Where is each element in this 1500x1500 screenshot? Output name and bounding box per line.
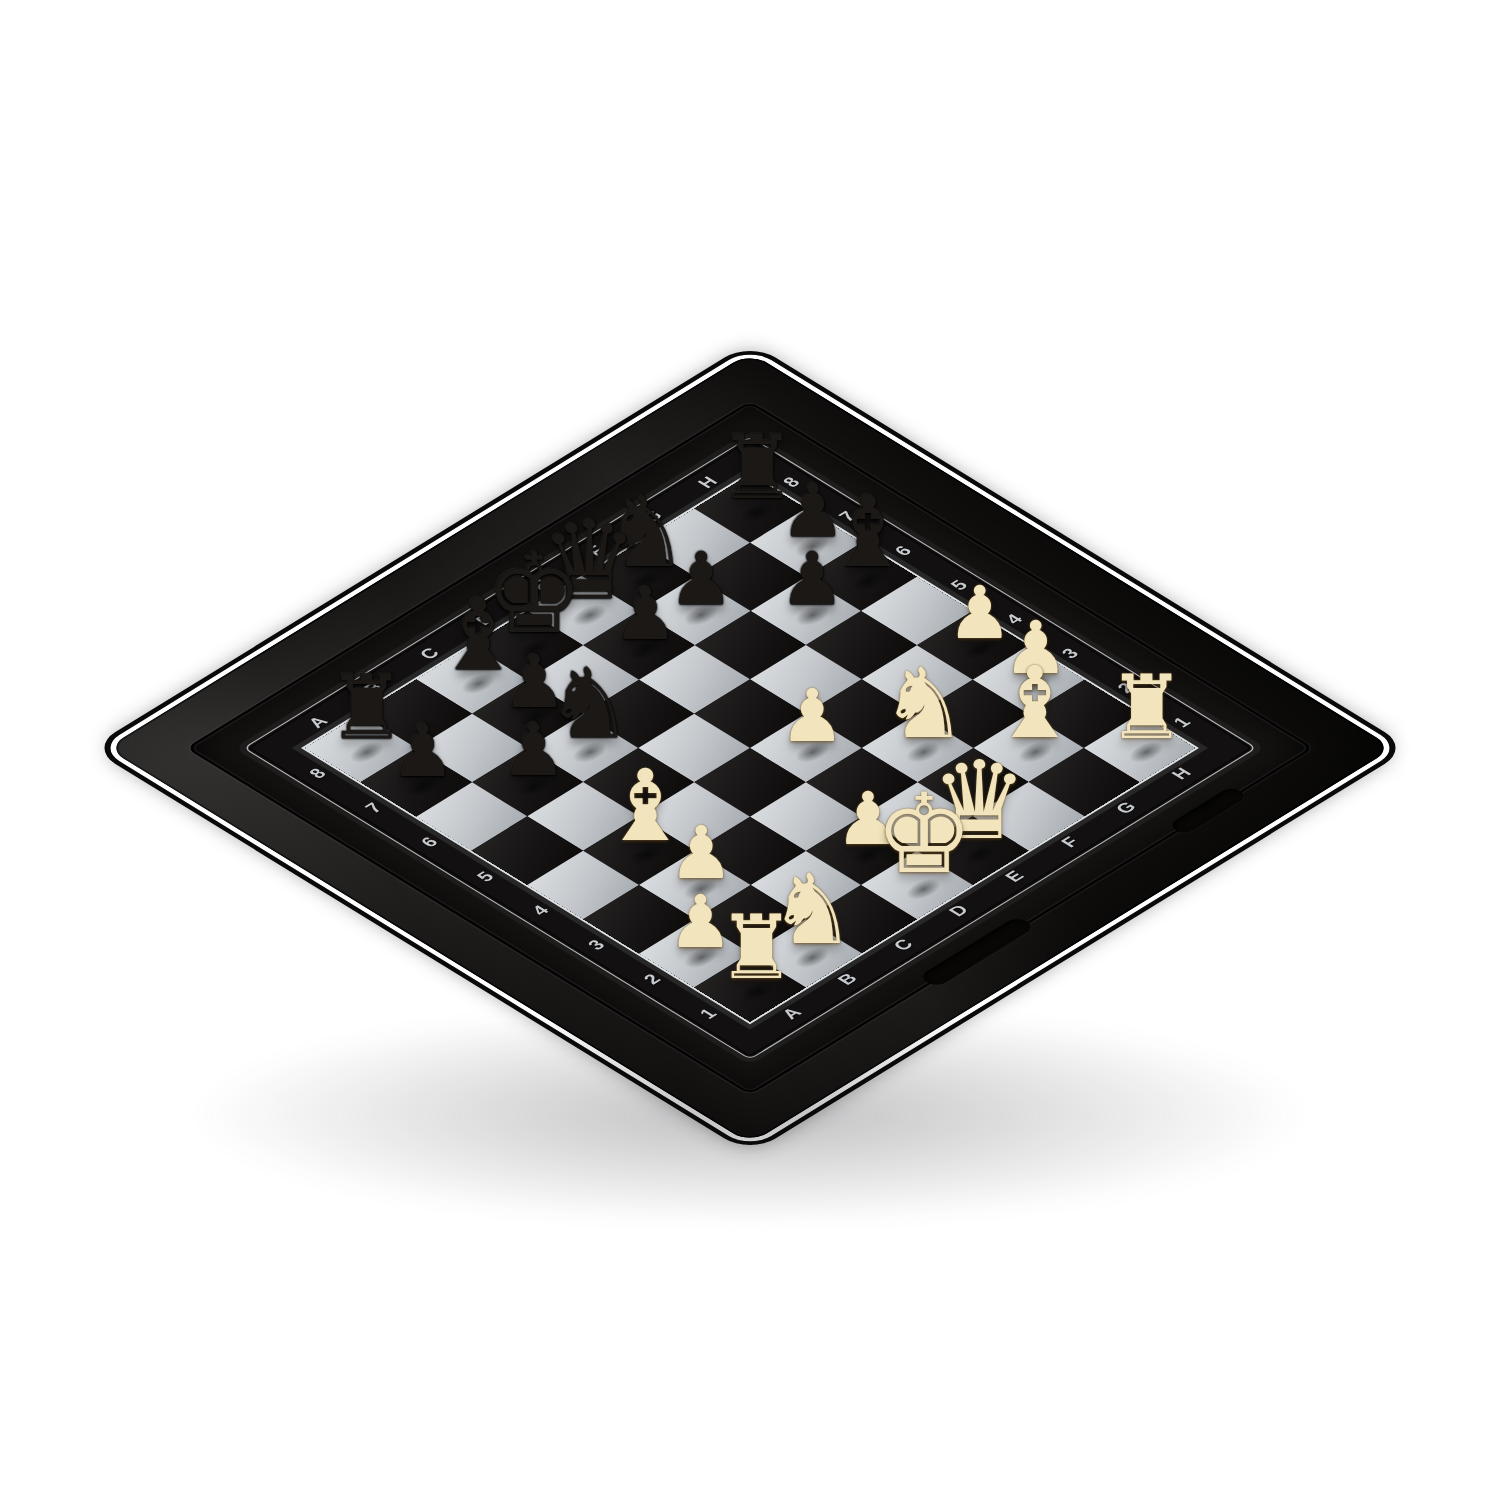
board-well: ABCDEFGH ABCDEFGH 12345678 12345678 ♜♝♚♛… [186, 401, 1315, 1095]
board-apron: ABCDEFGH ABCDEFGH 12345678 12345678 ♜♝♚♛… [248, 439, 1252, 1057]
product-photo-canvas: ABCDEFGH ABCDEFGH 12345678 12345678 ♜♝♚♛… [0, 0, 1500, 1500]
chess-board: ♜♝♚♛♞♜♟♟♟♟♟♟♞♟♝♝♟♟♟♞♟♟♟♝♜♞♚♛♜ [305, 474, 1196, 1022]
finger-groove [1168, 786, 1249, 836]
